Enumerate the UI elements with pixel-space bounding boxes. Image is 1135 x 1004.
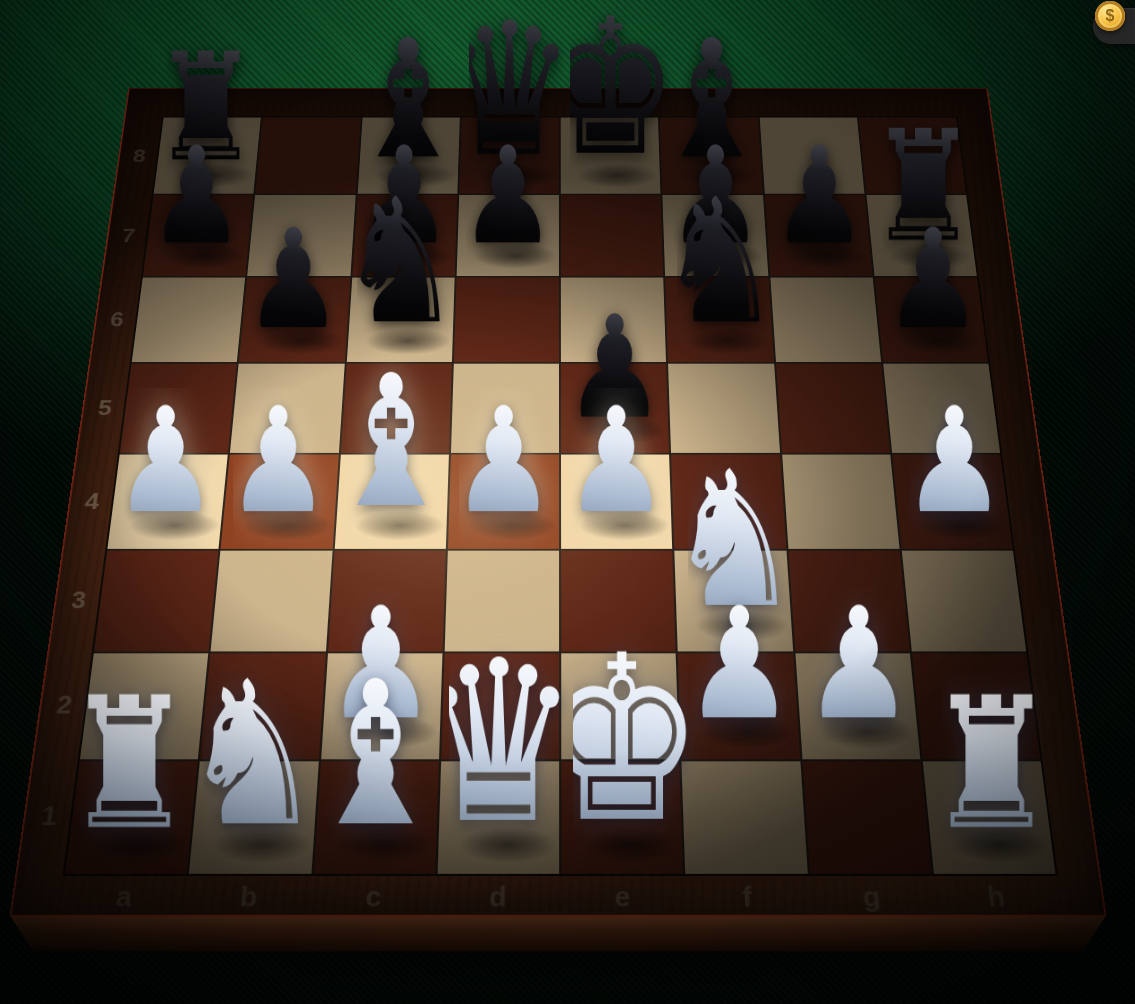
square-a7[interactable] (143, 195, 253, 275)
square-h6[interactable] (874, 277, 988, 362)
square-h7[interactable] (866, 195, 977, 275)
piece-white-pawn-e4[interactable]: ♟ (571, 388, 661, 533)
square-d7[interactable] (456, 195, 559, 275)
coin-icon: $ (1095, 1, 1125, 31)
square-g6[interactable] (770, 277, 881, 362)
piece-white-pawn-g2[interactable]: ♟ (811, 587, 907, 741)
square-g7[interactable] (764, 195, 872, 275)
square-d8[interactable] (459, 118, 559, 194)
square-e7[interactable] (561, 195, 664, 275)
piece-white-rook-a1[interactable]: ♜ (80, 673, 179, 854)
board-front-edge (10, 915, 1107, 952)
chess-board-scene: 87654321abcdefgh ♜♝♛♚♝♟♟♟♟♟♜♟♞♞♟♟♟♟♝♟♟♟♞… (9, 88, 1106, 918)
square-c7[interactable] (352, 195, 457, 275)
square-e6[interactable] (561, 277, 666, 362)
piece-white-pawn-a4[interactable]: ♟ (121, 388, 211, 533)
square-f6[interactable] (665, 277, 773, 362)
piece-white-pawn-f2[interactable]: ♟ (692, 587, 788, 741)
square-b8[interactable] (255, 118, 360, 194)
piece-white-rook-h1[interactable]: ♜ (942, 673, 1041, 854)
square-g8[interactable] (759, 118, 864, 194)
piece-white-pawn-d4[interactable]: ♟ (459, 388, 549, 533)
piece-white-queen-d1[interactable]: ♛ (449, 631, 548, 855)
square-f8[interactable] (660, 118, 763, 194)
square-d6[interactable] (454, 277, 559, 362)
square-h8[interactable] (859, 118, 967, 194)
square-a8[interactable] (154, 118, 261, 194)
piece-white-bishop-c4[interactable]: ♝ (346, 351, 436, 533)
square-e8[interactable] (561, 118, 661, 194)
piece-white-knight-b1[interactable]: ♞ (203, 655, 302, 854)
board-frame: 87654321abcdefgh ♜♝♛♚♝♟♟♟♟♟♜♟♞♞♟♟♟♟♝♟♟♟♞… (9, 88, 1106, 918)
piece-white-pawn-h4[interactable]: ♟ (909, 388, 999, 533)
piece-white-king-e1[interactable]: ♚ (573, 625, 672, 855)
square-c8[interactable] (357, 118, 459, 194)
square-f7[interactable] (663, 195, 768, 275)
coin-dollar-symbol: $ (1106, 7, 1115, 25)
coins-button[interactable]: $ (1093, 8, 1135, 44)
square-b7[interactable] (247, 195, 355, 275)
square-a6[interactable] (132, 277, 246, 362)
piece-white-bishop-c1[interactable]: ♝ (326, 655, 425, 854)
piece-white-pawn-b4[interactable]: ♟ (233, 388, 323, 533)
